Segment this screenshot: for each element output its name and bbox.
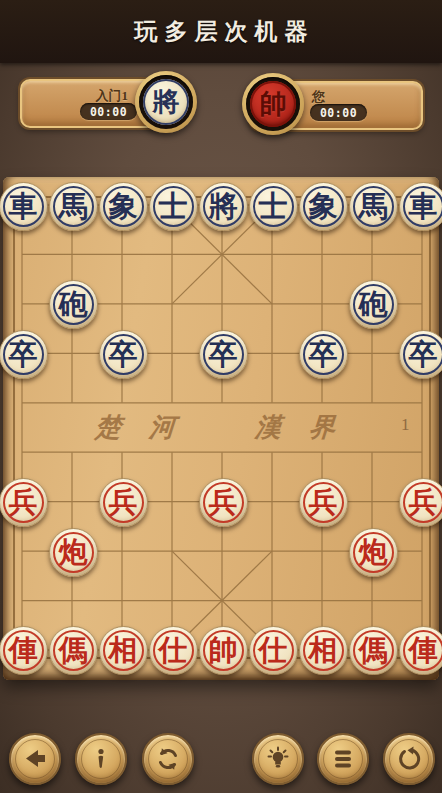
title-bar: 玩多层次机器 xyxy=(0,0,442,63)
menu-button[interactable] xyxy=(317,733,369,785)
piece-傌[interactable]: 傌 xyxy=(49,626,98,675)
piece-俥[interactable]: 俥 xyxy=(0,626,48,675)
piece-車[interactable]: 車 xyxy=(0,182,48,231)
piece-相[interactable]: 相 xyxy=(299,626,348,675)
info-button[interactable] xyxy=(75,733,127,785)
restart-icon xyxy=(154,745,182,773)
piece-兵[interactable]: 兵 xyxy=(0,478,48,527)
you-avatar: 帥 xyxy=(242,73,304,135)
page-title: 玩多层次机器 xyxy=(128,16,315,47)
back-icon xyxy=(22,746,48,772)
piece-仕[interactable]: 仕 xyxy=(249,626,298,675)
piece-兵[interactable]: 兵 xyxy=(99,478,148,527)
black-general-icon: 將 xyxy=(143,79,189,125)
piece-仕[interactable]: 仕 xyxy=(149,626,198,675)
menu-icon xyxy=(330,746,356,772)
piece-兵[interactable]: 兵 xyxy=(299,478,348,527)
piece-卒[interactable]: 卒 xyxy=(199,330,248,379)
xiangqi-board[interactable]: 楚河 漢界 1 xyxy=(3,177,439,680)
piece-將[interactable]: 將 xyxy=(199,182,248,231)
piece-馬[interactable]: 馬 xyxy=(49,182,98,231)
piece-卒[interactable]: 卒 xyxy=(99,330,148,379)
piece-炮[interactable]: 炮 xyxy=(49,528,98,577)
piece-炮[interactable]: 炮 xyxy=(349,528,398,577)
piece-馬[interactable]: 馬 xyxy=(349,182,398,231)
piece-砲[interactable]: 砲 xyxy=(349,280,398,329)
board-grid xyxy=(3,177,439,680)
red-general-icon: 帥 xyxy=(250,81,296,127)
piece-砲[interactable]: 砲 xyxy=(49,280,98,329)
back-button[interactable] xyxy=(9,733,61,785)
piece-帥[interactable]: 帥 xyxy=(199,626,248,675)
undo-button[interactable] xyxy=(383,733,435,785)
opponent-avatar: 將 xyxy=(135,71,197,133)
info-icon xyxy=(88,746,114,772)
you-avatar-ring: 帥 xyxy=(246,77,300,131)
river-label-left: 楚河 xyxy=(94,413,204,443)
undo-icon xyxy=(395,745,423,773)
piece-卒[interactable]: 卒 xyxy=(299,330,348,379)
you-timer: 00:00 xyxy=(310,104,367,121)
river-mark: 1 xyxy=(401,415,410,435)
app-screen: 玩多层次机器 xyxy=(0,0,442,793)
piece-傌[interactable]: 傌 xyxy=(349,626,398,675)
restart-button[interactable] xyxy=(142,733,194,785)
piece-士[interactable]: 士 xyxy=(249,182,298,231)
piece-兵[interactable]: 兵 xyxy=(199,478,248,527)
opponent-avatar-ring: 將 xyxy=(139,75,193,129)
river-label-right: 漢界 xyxy=(254,413,364,443)
piece-車[interactable]: 車 xyxy=(399,182,442,231)
hint-button[interactable] xyxy=(252,733,304,785)
piece-卒[interactable]: 卒 xyxy=(0,330,48,379)
piece-象[interactable]: 象 xyxy=(299,182,348,231)
lightbulb-icon xyxy=(264,745,292,773)
piece-象[interactable]: 象 xyxy=(99,182,148,231)
piece-卒[interactable]: 卒 xyxy=(399,330,442,379)
piece-士[interactable]: 士 xyxy=(149,182,198,231)
piece-相[interactable]: 相 xyxy=(99,626,148,675)
opponent-timer: 00:00 xyxy=(80,103,137,120)
